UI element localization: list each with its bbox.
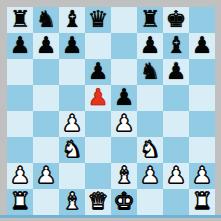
square-h3[interactable] [189,137,215,163]
white-pawn[interactable]: ♟ [10,163,31,188]
red-pawn[interactable]: ♟ [88,85,109,110]
square-f4[interactable] [137,111,163,137]
square-f2[interactable]: ♟ [137,163,163,189]
square-d4[interactable] [85,111,111,137]
square-e4[interactable]: ♟ [111,111,137,137]
white-rook[interactable]: ♜ [10,189,31,214]
square-a6[interactable] [7,59,33,85]
window-background: ♜♞♝♛♜♚♟♟♟♟♝♟♟♞♟♟♟♟♟♞♞♟♟♝♟♟♟♜♝♛♚♜ [0,0,221,221]
square-h1[interactable]: ♜ [189,189,215,215]
square-c3[interactable]: ♞ [59,137,85,163]
square-e6[interactable] [111,59,137,85]
square-h6[interactable] [189,59,215,85]
square-f1[interactable] [137,189,163,215]
square-h5[interactable] [189,85,215,111]
square-c6[interactable] [59,59,85,85]
square-g4[interactable] [163,111,189,137]
square-a2[interactable]: ♟ [7,163,33,189]
square-b2[interactable]: ♟ [33,163,59,189]
black-queen[interactable]: ♛ [88,7,109,32]
square-c5[interactable] [59,85,85,111]
black-pawn[interactable]: ♟ [88,59,109,84]
chess-board: ♜♞♝♛♜♚♟♟♟♟♝♟♟♞♟♟♟♟♟♞♞♟♟♝♟♟♟♜♝♛♚♜ [7,7,215,215]
square-b5[interactable] [33,85,59,111]
square-e1[interactable]: ♚ [111,189,137,215]
white-rook[interactable]: ♜ [192,189,213,214]
white-queen[interactable]: ♛ [88,189,109,214]
black-bishop[interactable]: ♝ [166,33,187,58]
square-b4[interactable] [33,111,59,137]
black-rook[interactable]: ♜ [140,7,161,32]
board-bottom-edge [0,215,221,218]
black-pawn[interactable]: ♟ [10,33,31,58]
white-knight[interactable]: ♞ [140,137,161,162]
white-bishop[interactable]: ♝ [114,163,135,188]
square-c8[interactable]: ♝ [59,7,85,33]
square-a5[interactable] [7,85,33,111]
square-c7[interactable]: ♟ [59,33,85,59]
white-pawn[interactable]: ♟ [36,163,57,188]
square-b3[interactable] [33,137,59,163]
black-bishop[interactable]: ♝ [62,7,83,32]
white-pawn[interactable]: ♟ [140,163,161,188]
square-g5[interactable] [163,85,189,111]
square-g6[interactable]: ♟ [163,59,189,85]
square-d1[interactable]: ♛ [85,189,111,215]
square-e7[interactable] [111,33,137,59]
square-g8[interactable]: ♚ [163,7,189,33]
black-knight[interactable]: ♞ [36,7,57,32]
square-c1[interactable]: ♝ [59,189,85,215]
square-d7[interactable] [85,33,111,59]
square-g1[interactable] [163,189,189,215]
square-d2[interactable] [85,163,111,189]
square-a7[interactable]: ♟ [7,33,33,59]
square-b6[interactable] [33,59,59,85]
square-c2[interactable] [59,163,85,189]
square-h4[interactable] [189,111,215,137]
square-g7[interactable]: ♝ [163,33,189,59]
square-e8[interactable] [111,7,137,33]
white-pawn[interactable]: ♟ [166,163,187,188]
square-h2[interactable]: ♟ [189,163,215,189]
white-king[interactable]: ♚ [114,189,135,214]
white-knight[interactable]: ♞ [62,137,83,162]
square-d5[interactable]: ♟ [85,85,111,111]
square-b1[interactable] [33,189,59,215]
square-f5[interactable] [137,85,163,111]
square-a3[interactable] [7,137,33,163]
square-a4[interactable] [7,111,33,137]
square-f8[interactable]: ♜ [137,7,163,33]
square-e5[interactable]: ♟ [111,85,137,111]
white-bishop[interactable]: ♝ [62,189,83,214]
black-pawn[interactable]: ♟ [62,33,83,58]
square-f7[interactable]: ♟ [137,33,163,59]
square-c4[interactable]: ♟ [59,111,85,137]
square-d3[interactable] [85,137,111,163]
square-b7[interactable]: ♟ [33,33,59,59]
square-h7[interactable]: ♟ [189,33,215,59]
white-pawn[interactable]: ♟ [114,111,135,136]
square-b8[interactable]: ♞ [33,7,59,33]
square-a1[interactable]: ♜ [7,189,33,215]
square-e2[interactable]: ♝ [111,163,137,189]
white-pawn[interactable]: ♟ [62,111,83,136]
black-pawn[interactable]: ♟ [114,85,135,110]
square-e3[interactable] [111,137,137,163]
black-pawn[interactable]: ♟ [36,33,57,58]
black-rook[interactable]: ♜ [10,7,31,32]
square-g2[interactable]: ♟ [163,163,189,189]
white-pawn[interactable]: ♟ [192,163,213,188]
square-d6[interactable]: ♟ [85,59,111,85]
square-f3[interactable]: ♞ [137,137,163,163]
black-knight[interactable]: ♞ [140,59,161,84]
black-pawn[interactable]: ♟ [140,33,161,58]
square-f6[interactable]: ♞ [137,59,163,85]
black-pawn[interactable]: ♟ [192,33,213,58]
square-a8[interactable]: ♜ [7,7,33,33]
square-d8[interactable]: ♛ [85,7,111,33]
black-king[interactable]: ♚ [166,7,187,32]
black-pawn[interactable]: ♟ [166,59,187,84]
square-h8[interactable] [189,7,215,33]
square-g3[interactable] [163,137,189,163]
